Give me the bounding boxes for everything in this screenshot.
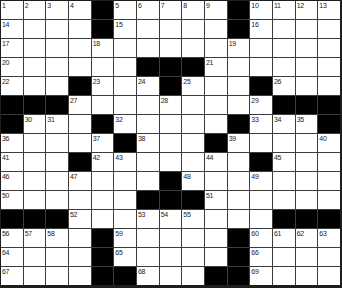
cell-r8c4[interactable]	[69, 134, 91, 152]
cell-r14c1[interactable]: 64	[1, 248, 23, 266]
clue-number: 8	[183, 1, 187, 10]
black-cell-r15c11	[228, 267, 250, 285]
cell-r8c15[interactable]: 40	[318, 134, 340, 152]
cell-r5c9[interactable]: 25	[182, 77, 204, 95]
cell-r8c3[interactable]	[46, 134, 68, 152]
cell-r5c6[interactable]	[114, 77, 136, 95]
clue-number: 23	[93, 77, 100, 86]
clue-number: 40	[319, 134, 326, 143]
clue-number: 38	[138, 134, 145, 143]
cell-r14c8[interactable]	[160, 248, 182, 266]
cell-r7c4[interactable]	[69, 115, 91, 133]
black-cell-r7c1	[1, 115, 23, 133]
cell-r10c13[interactable]	[273, 172, 295, 190]
cell-r3c6[interactable]	[114, 39, 136, 57]
cell-r2c1[interactable]: 14	[1, 20, 23, 38]
clue-number: 30	[25, 115, 32, 124]
clue-number: 3	[47, 1, 51, 10]
cell-r10c9[interactable]: 48	[182, 172, 204, 190]
cell-r13c10[interactable]	[205, 229, 227, 247]
cell-r2c10[interactable]	[205, 20, 227, 38]
black-cell-r10c8	[160, 172, 182, 190]
cell-r13c15[interactable]: 63	[318, 229, 340, 247]
cell-r3c14[interactable]	[296, 39, 318, 57]
black-cell-r12c14	[296, 210, 318, 228]
cell-r5c10[interactable]	[205, 77, 227, 95]
cell-r3c2[interactable]	[24, 39, 46, 57]
cell-r1c4[interactable]: 4	[69, 1, 91, 19]
clue-number: 52	[70, 210, 77, 219]
cell-r10c6[interactable]	[114, 172, 136, 190]
clue-number: 46	[2, 172, 9, 181]
cell-r14c10[interactable]	[205, 248, 227, 266]
clue-number: 34	[274, 115, 281, 124]
cell-r12c12[interactable]	[250, 210, 272, 228]
black-cell-r11c9	[182, 191, 204, 209]
cell-r15c9[interactable]	[182, 267, 204, 285]
crossword-grid: 1234567891011121314151617181920212223242…	[0, 0, 342, 288]
cell-r10c1[interactable]: 46	[1, 172, 23, 190]
cell-r13c1[interactable]: 56	[1, 229, 23, 247]
clue-number: 41	[2, 153, 9, 162]
cell-r7c8[interactable]	[160, 115, 182, 133]
clue-number: 31	[47, 115, 54, 124]
cell-r12c5[interactable]	[92, 210, 114, 228]
clue-number: 16	[251, 20, 258, 29]
cell-r6c6[interactable]	[114, 96, 136, 114]
cell-r1c6[interactable]: 5	[114, 1, 136, 19]
black-cell-r4c7	[137, 58, 159, 76]
cell-r7c2[interactable]: 30	[24, 115, 46, 133]
cell-r5c15[interactable]	[318, 77, 340, 95]
clue-number: 59	[115, 229, 122, 238]
cell-r4c6[interactable]	[114, 58, 136, 76]
cell-r12c6[interactable]	[114, 210, 136, 228]
cell-r7c12[interactable]: 33	[250, 115, 272, 133]
clue-number: 29	[251, 96, 258, 105]
black-cell-r12c3	[46, 210, 68, 228]
clue-number: 20	[2, 58, 9, 67]
cell-r3c15[interactable]	[318, 39, 340, 57]
cell-r5c2[interactable]	[24, 77, 46, 95]
cell-r14c12[interactable]: 66	[250, 248, 272, 266]
clue-number: 10	[251, 1, 258, 10]
clue-number: 25	[183, 77, 190, 86]
cell-r10c3[interactable]	[46, 172, 68, 190]
cell-r1c12[interactable]: 10	[250, 1, 272, 19]
black-cell-r5c8	[160, 77, 182, 95]
black-cell-r15c10	[205, 267, 227, 285]
clue-number: 61	[274, 229, 281, 238]
cell-r9c15[interactable]	[318, 153, 340, 171]
cell-r9c3[interactable]	[46, 153, 68, 171]
cell-r13c8[interactable]	[160, 229, 182, 247]
cell-r8c7[interactable]: 38	[137, 134, 159, 152]
cell-r4c2[interactable]	[24, 58, 46, 76]
clue-number: 27	[70, 96, 77, 105]
cell-r6c12[interactable]: 29	[250, 96, 272, 114]
cell-r13c12[interactable]: 60	[250, 229, 272, 247]
cell-r1c13[interactable]: 11	[273, 1, 295, 19]
cell-r4c15[interactable]	[318, 58, 340, 76]
cell-r14c4[interactable]	[69, 248, 91, 266]
cell-r8c11[interactable]: 39	[228, 134, 250, 152]
cell-r10c11[interactable]	[228, 172, 250, 190]
cell-r4c4[interactable]	[69, 58, 91, 76]
black-cell-r12c2	[24, 210, 46, 228]
cell-r4c5[interactable]	[92, 58, 114, 76]
cell-r11c12[interactable]	[250, 191, 272, 209]
cell-r1c14[interactable]: 12	[296, 1, 318, 19]
cell-r3c11[interactable]: 19	[228, 39, 250, 57]
cell-r15c12[interactable]: 69	[250, 267, 272, 285]
black-cell-r2c11	[228, 20, 250, 38]
clue-number: 4	[70, 1, 74, 10]
cell-r8c14[interactable]	[296, 134, 318, 152]
cell-r1c2[interactable]: 2	[24, 1, 46, 19]
cell-r4c14[interactable]	[296, 58, 318, 76]
cell-r11c11[interactable]	[228, 191, 250, 209]
cell-r3c13[interactable]	[273, 39, 295, 57]
cell-r5c5[interactable]: 23	[92, 77, 114, 95]
cell-r9c6[interactable]: 43	[114, 153, 136, 171]
black-cell-r14c11	[228, 248, 250, 266]
cell-r2c13[interactable]	[273, 20, 295, 38]
cell-r9c5[interactable]: 42	[92, 153, 114, 171]
cell-r4c12[interactable]	[250, 58, 272, 76]
black-cell-r6c14	[296, 96, 318, 114]
cell-r9c8[interactable]	[160, 153, 182, 171]
black-cell-r13c11	[228, 229, 250, 247]
cell-r10c15[interactable]	[318, 172, 340, 190]
cell-r7c13[interactable]: 34	[273, 115, 295, 133]
clue-number: 42	[93, 153, 100, 162]
cell-r1c7[interactable]: 6	[137, 1, 159, 19]
cell-r2c3[interactable]	[46, 20, 68, 38]
cell-r15c14[interactable]	[296, 267, 318, 285]
cell-r15c7[interactable]: 68	[137, 267, 159, 285]
black-cell-r11c8	[160, 191, 182, 209]
cell-r8c13[interactable]	[273, 134, 295, 152]
clue-number: 39	[229, 134, 236, 143]
cell-r7c10[interactable]	[205, 115, 227, 133]
black-cell-r6c3	[46, 96, 68, 114]
clue-number: 60	[251, 229, 258, 238]
cell-r15c4[interactable]	[69, 267, 91, 285]
black-cell-r4c9	[182, 58, 204, 76]
cell-r12c4[interactable]: 52	[69, 210, 91, 228]
cell-r10c4[interactable]: 47	[69, 172, 91, 190]
cell-r7c14[interactable]: 35	[296, 115, 318, 133]
clue-number: 22	[2, 77, 9, 86]
cell-r9c9[interactable]	[182, 153, 204, 171]
clue-number: 18	[93, 39, 100, 48]
cell-r9c13[interactable]: 45	[273, 153, 295, 171]
cell-r11c3[interactable]	[46, 191, 68, 209]
clue-number: 17	[2, 39, 9, 48]
clue-number: 19	[229, 39, 236, 48]
cell-r2c9[interactable]	[182, 20, 204, 38]
clue-number: 21	[206, 58, 213, 67]
cell-r13c7[interactable]	[137, 229, 159, 247]
cell-r3c3[interactable]	[46, 39, 68, 57]
clue-number: 26	[274, 77, 281, 86]
cell-r4c3[interactable]	[46, 58, 68, 76]
cell-r9c10[interactable]: 44	[205, 153, 227, 171]
black-cell-r9c12	[250, 153, 272, 171]
cell-r8c2[interactable]	[24, 134, 46, 152]
cell-r7c7[interactable]	[137, 115, 159, 133]
cell-r9c14[interactable]	[296, 153, 318, 171]
clue-number: 58	[47, 229, 54, 238]
cell-r11c1[interactable]: 50	[1, 191, 23, 209]
cell-r1c3[interactable]: 3	[46, 1, 68, 19]
cell-r10c10[interactable]	[205, 172, 227, 190]
clue-number: 35	[297, 115, 304, 124]
clue-number: 7	[161, 1, 165, 10]
cell-r3c4[interactable]	[69, 39, 91, 57]
clue-number: 67	[2, 267, 9, 276]
clue-number: 53	[138, 210, 145, 219]
black-cell-r7c15	[318, 115, 340, 133]
cell-r14c7[interactable]	[137, 248, 159, 266]
cell-r14c2[interactable]	[24, 248, 46, 266]
cell-r13c9[interactable]	[182, 229, 204, 247]
cell-r15c1[interactable]: 67	[1, 267, 23, 285]
cell-r3c8[interactable]	[160, 39, 182, 57]
clue-number: 1	[2, 1, 6, 10]
cell-r4c1[interactable]: 20	[1, 58, 23, 76]
black-cell-r14c5	[92, 248, 114, 266]
cell-r6c4[interactable]: 27	[69, 96, 91, 114]
clue-number: 15	[115, 20, 122, 29]
cell-r15c3[interactable]	[46, 267, 68, 285]
cell-r7c6[interactable]: 32	[114, 115, 136, 133]
cell-r9c11[interactable]	[228, 153, 250, 171]
clue-number: 5	[115, 1, 119, 10]
cell-r6c9[interactable]	[182, 96, 204, 114]
cell-r8c12[interactable]	[250, 134, 272, 152]
cell-r15c13[interactable]	[273, 267, 295, 285]
clue-number: 14	[2, 20, 9, 29]
cell-r13c4[interactable]	[69, 229, 91, 247]
clue-number: 24	[138, 77, 145, 86]
cell-r14c13[interactable]	[273, 248, 295, 266]
black-cell-r12c1	[1, 210, 23, 228]
cell-r10c12[interactable]: 49	[250, 172, 272, 190]
cell-r8c8[interactable]	[160, 134, 182, 152]
clue-number: 63	[319, 229, 326, 238]
clue-number: 62	[297, 229, 304, 238]
black-cell-r5c12	[250, 77, 272, 95]
cell-r14c14[interactable]	[296, 248, 318, 266]
clue-number: 56	[2, 229, 9, 238]
cell-r7c3[interactable]: 31	[46, 115, 68, 133]
cell-r1c9[interactable]: 8	[182, 1, 204, 19]
cell-r11c13[interactable]	[273, 191, 295, 209]
cell-r5c7[interactable]: 24	[137, 77, 159, 95]
cell-r3c7[interactable]	[137, 39, 159, 57]
cell-r14c15[interactable]	[318, 248, 340, 266]
clue-number: 55	[183, 210, 190, 219]
cell-r12c9[interactable]: 55	[182, 210, 204, 228]
cell-r8c1[interactable]: 36	[1, 134, 23, 152]
black-cell-r15c6	[114, 267, 136, 285]
black-cell-r12c13	[273, 210, 295, 228]
cell-r9c7[interactable]	[137, 153, 159, 171]
clue-number: 13	[319, 1, 326, 10]
clue-number: 2	[25, 1, 29, 10]
cell-r6c11[interactable]	[228, 96, 250, 114]
cell-r2c7[interactable]	[137, 20, 159, 38]
clue-number: 64	[2, 248, 9, 257]
black-cell-r1c5	[92, 1, 114, 19]
clue-number: 43	[115, 153, 122, 162]
black-cell-r6c13	[273, 96, 295, 114]
cell-r1c15[interactable]: 13	[318, 1, 340, 19]
clue-number: 32	[115, 115, 122, 124]
black-cell-r8c6	[114, 134, 136, 152]
cell-r3c10[interactable]	[205, 39, 227, 57]
cell-r2c4[interactable]	[69, 20, 91, 38]
cell-r8c5[interactable]: 37	[92, 134, 114, 152]
clue-number: 57	[25, 229, 32, 238]
cell-r8c9[interactable]	[182, 134, 204, 152]
cell-r12c8[interactable]: 54	[160, 210, 182, 228]
black-cell-r15c5	[92, 267, 114, 285]
cell-r5c11[interactable]	[228, 77, 250, 95]
cell-r5c13[interactable]: 26	[273, 77, 295, 95]
cell-r13c14[interactable]: 62	[296, 229, 318, 247]
cell-r2c2[interactable]	[24, 20, 46, 38]
cell-r6c5[interactable]	[92, 96, 114, 114]
black-cell-r6c15	[318, 96, 340, 114]
cell-r15c8[interactable]	[160, 267, 182, 285]
black-cell-r9c4	[69, 153, 91, 171]
black-cell-r13c5	[92, 229, 114, 247]
cell-r4c11[interactable]	[228, 58, 250, 76]
cell-r12c10[interactable]	[205, 210, 227, 228]
cell-r4c13[interactable]	[273, 58, 295, 76]
cell-r13c13[interactable]: 61	[273, 229, 295, 247]
cell-r2c14[interactable]	[296, 20, 318, 38]
cell-r6c7[interactable]	[137, 96, 159, 114]
clue-number: 33	[251, 115, 258, 124]
black-cell-r4c8	[160, 58, 182, 76]
cell-r11c15[interactable]	[318, 191, 340, 209]
cell-r2c12[interactable]: 16	[250, 20, 272, 38]
cell-r13c3[interactable]: 58	[46, 229, 68, 247]
clue-number: 28	[161, 96, 168, 105]
cell-r2c6[interactable]: 15	[114, 20, 136, 38]
cell-r10c7[interactable]	[137, 172, 159, 190]
black-cell-r12c15	[318, 210, 340, 228]
cell-r10c2[interactable]	[24, 172, 46, 190]
black-cell-r7c5	[92, 115, 114, 133]
cell-r6c8[interactable]: 28	[160, 96, 182, 114]
cell-r15c2[interactable]	[24, 267, 46, 285]
cell-r1c8[interactable]: 7	[160, 1, 182, 19]
cell-r11c14[interactable]	[296, 191, 318, 209]
clue-number: 36	[2, 134, 9, 143]
cell-r1c1[interactable]: 1	[1, 1, 23, 19]
clue-number: 65	[115, 248, 122, 257]
black-cell-r2c5	[92, 20, 114, 38]
cell-r11c10[interactable]: 51	[205, 191, 227, 209]
cell-r11c6[interactable]	[114, 191, 136, 209]
cell-r5c14[interactable]	[296, 77, 318, 95]
cell-r11c5[interactable]	[92, 191, 114, 209]
black-cell-r5c4	[69, 77, 91, 95]
black-cell-r8c10	[205, 134, 227, 152]
cell-r9c2[interactable]	[24, 153, 46, 171]
black-cell-r6c1	[1, 96, 23, 114]
cell-r10c5[interactable]	[92, 172, 114, 190]
clue-number: 44	[206, 153, 213, 162]
clue-number: 66	[251, 248, 258, 257]
cell-r11c2[interactable]	[24, 191, 46, 209]
clue-number: 49	[251, 172, 258, 181]
cell-r3c9[interactable]	[182, 39, 204, 57]
black-cell-r11c7	[137, 191, 159, 209]
cell-r4c10[interactable]: 21	[205, 58, 227, 76]
clue-number: 51	[206, 191, 213, 200]
cell-r1c10[interactable]: 9	[205, 1, 227, 19]
clue-number: 68	[138, 267, 145, 276]
cell-r3c5[interactable]: 18	[92, 39, 114, 57]
cell-r9c1[interactable]: 41	[1, 153, 23, 171]
clue-number: 47	[70, 172, 77, 181]
cell-r14c6[interactable]: 65	[114, 248, 136, 266]
black-cell-r7c11	[228, 115, 250, 133]
cell-r12c11[interactable]	[228, 210, 250, 228]
cell-r3c1[interactable]: 17	[1, 39, 23, 57]
cell-r11c4[interactable]	[69, 191, 91, 209]
cell-r5c1[interactable]: 22	[1, 77, 23, 95]
clue-number: 6	[138, 1, 142, 10]
clue-number: 48	[183, 172, 190, 181]
cell-r2c8[interactable]	[160, 20, 182, 38]
clue-number: 12	[297, 1, 304, 10]
black-cell-r6c2	[24, 96, 46, 114]
cell-r14c3[interactable]	[46, 248, 68, 266]
black-cell-r1c11	[228, 1, 250, 19]
clue-number: 37	[93, 134, 100, 143]
cell-r15c15[interactable]	[318, 267, 340, 285]
clue-number: 9	[206, 1, 210, 10]
cell-r7c9[interactable]	[182, 115, 204, 133]
cell-r5c3[interactable]	[46, 77, 68, 95]
clue-number: 69	[251, 267, 258, 276]
cell-r13c2[interactable]: 57	[24, 229, 46, 247]
cell-r2c15[interactable]	[318, 20, 340, 38]
cell-r14c9[interactable]	[182, 248, 204, 266]
cell-r12c7[interactable]: 53	[137, 210, 159, 228]
cell-r3c12[interactable]	[250, 39, 272, 57]
cell-r13c6[interactable]: 59	[114, 229, 136, 247]
clue-number: 54	[161, 210, 168, 219]
cell-r6c10[interactable]	[205, 96, 227, 114]
clue-number: 11	[274, 1, 281, 10]
clue-number: 45	[274, 153, 281, 162]
cell-r10c14[interactable]	[296, 172, 318, 190]
clue-number: 50	[2, 191, 9, 200]
